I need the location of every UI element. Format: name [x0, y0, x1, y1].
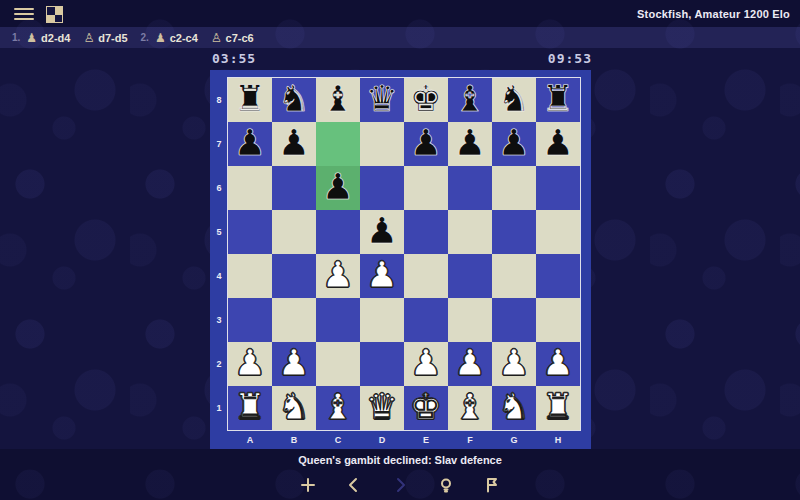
square-d3[interactable]: [360, 298, 404, 342]
square-h7[interactable]: ♟: [536, 122, 580, 166]
piece-black-bishop: ♝: [454, 77, 486, 121]
top-bar: Stockfish, Amateur 1200 Elo: [0, 0, 800, 27]
piece-white-knight: ♞: [498, 385, 530, 429]
piece-black-pawn: ♟: [498, 121, 530, 165]
piece-white-rook: ♜: [542, 385, 574, 429]
square-b6[interactable]: [272, 166, 316, 210]
square-f8[interactable]: ♝: [448, 78, 492, 122]
file-label-d: D: [360, 430, 404, 449]
rank-label-3: 3: [210, 298, 228, 342]
rank-labels: 87654321: [210, 78, 228, 430]
back-button[interactable]: [344, 475, 364, 495]
square-f5[interactable]: [448, 210, 492, 254]
square-h3[interactable]: [536, 298, 580, 342]
square-g8[interactable]: ♞: [492, 78, 536, 122]
rank-label-7: 7: [210, 122, 228, 166]
black-pawn-icon: ♙: [211, 32, 222, 44]
opening-caption-strip: Queen's gambit declined: Slav defence: [0, 449, 800, 470]
square-f2[interactable]: ♟: [448, 342, 492, 386]
piece-black-pawn: ♟: [278, 121, 310, 165]
square-e8[interactable]: ♚: [404, 78, 448, 122]
square-a3[interactable]: [228, 298, 272, 342]
piece-white-pawn: ♟: [542, 341, 574, 385]
file-label-a: A: [228, 430, 272, 449]
move-list: 1. ♟ d2-d4 ♙ d7-d5 2. ♟ c2-c4 ♙ c7-c6: [0, 27, 800, 48]
piece-black-queen: ♛: [366, 77, 398, 121]
piece-white-pawn: ♟: [366, 253, 398, 297]
square-h1[interactable]: ♜: [536, 386, 580, 430]
piece-black-pawn: ♟: [410, 121, 442, 165]
plus-icon: [300, 477, 316, 493]
rank-label-4: 4: [210, 254, 228, 298]
file-label-c: C: [316, 430, 360, 449]
square-f7[interactable]: ♟: [448, 122, 492, 166]
piece-black-pawn: ♟: [454, 121, 486, 165]
lightbulb-icon: [438, 477, 454, 493]
move-entry[interactable]: ♙ d7-d5: [83, 32, 127, 44]
square-d6[interactable]: [360, 166, 404, 210]
piece-white-pawn: ♟: [278, 341, 310, 385]
piece-white-king: ♚: [410, 385, 442, 429]
file-labels: ABCDEFGH: [228, 430, 580, 449]
piece-black-pawn: ♟: [322, 165, 354, 209]
square-e2[interactable]: ♟: [404, 342, 448, 386]
piece-white-bishop: ♝: [454, 385, 486, 429]
square-a4[interactable]: [228, 254, 272, 298]
piece-black-knight: ♞: [278, 77, 310, 121]
square-g5[interactable]: [492, 210, 536, 254]
rank-label-1: 1: [210, 386, 228, 430]
square-g3[interactable]: [492, 298, 536, 342]
file-label-h: H: [536, 430, 580, 449]
square-c4[interactable]: ♟: [316, 254, 360, 298]
square-h4[interactable]: [536, 254, 580, 298]
piece-white-pawn: ♟: [498, 341, 530, 385]
square-d8[interactable]: ♛: [360, 78, 404, 122]
piece-white-pawn: ♟: [454, 341, 486, 385]
square-a8[interactable]: ♜: [228, 78, 272, 122]
square-g2[interactable]: ♟: [492, 342, 536, 386]
square-c2[interactable]: [316, 342, 360, 386]
piece-white-queen: ♛: [366, 385, 398, 429]
square-a6[interactable]: [228, 166, 272, 210]
move-number: 2.: [141, 32, 149, 43]
square-e6[interactable]: [404, 166, 448, 210]
rank-label-2: 2: [210, 342, 228, 386]
resign-button[interactable]: [482, 475, 502, 495]
square-a1[interactable]: ♜: [228, 386, 272, 430]
rank-label-6: 6: [210, 166, 228, 210]
piece-white-pawn: ♟: [234, 341, 266, 385]
square-c3[interactable]: [316, 298, 360, 342]
square-d2[interactable]: [360, 342, 404, 386]
square-f4[interactable]: [448, 254, 492, 298]
square-h8[interactable]: ♜: [536, 78, 580, 122]
piece-black-rook: ♜: [234, 77, 266, 121]
square-f1[interactable]: ♝: [448, 386, 492, 430]
square-b7[interactable]: ♟: [272, 122, 316, 166]
piece-black-knight: ♞: [498, 77, 530, 121]
piece-black-pawn: ♟: [234, 121, 266, 165]
square-a5[interactable]: [228, 210, 272, 254]
square-d7[interactable]: [360, 122, 404, 166]
move-entry[interactable]: ♙ c7-c6: [211, 32, 254, 44]
forward-button[interactable]: [390, 475, 410, 495]
square-h5[interactable]: [536, 210, 580, 254]
chevron-right-icon: [392, 477, 408, 493]
square-g4[interactable]: [492, 254, 536, 298]
white-pawn-icon: ♟: [155, 32, 166, 44]
square-d5[interactable]: ♟: [360, 210, 404, 254]
chess-board: 87654321 ♜♞♝♛♚♝♞♜♟♟♟♟♟♟♟♟♟♟♟♟♟♟♟♟♜♞♝♛♚♝♞…: [210, 70, 591, 449]
piece-white-knight: ♞: [278, 385, 310, 429]
move-text: d2-d4: [41, 32, 70, 44]
square-e4[interactable]: [404, 254, 448, 298]
square-d4[interactable]: ♟: [360, 254, 404, 298]
square-g7[interactable]: ♟: [492, 122, 536, 166]
flag-icon: [484, 477, 500, 493]
hint-button[interactable]: [436, 475, 456, 495]
white-pawn-icon: ♟: [26, 32, 37, 44]
move-text: c2-c4: [170, 32, 198, 44]
square-e7[interactable]: ♟: [404, 122, 448, 166]
player-clock: 03:55: [212, 51, 256, 66]
square-g6[interactable]: [492, 166, 536, 210]
piece-white-rook: ♜: [234, 385, 266, 429]
move-text: c7-c6: [226, 32, 254, 44]
square-h2[interactable]: ♟: [536, 342, 580, 386]
square-c6[interactable]: ♟: [316, 166, 360, 210]
square-b8[interactable]: ♞: [272, 78, 316, 122]
square-c7[interactable]: [316, 122, 360, 166]
piece-black-bishop: ♝: [322, 77, 354, 121]
rank-label-5: 5: [210, 210, 228, 254]
square-c1[interactable]: ♝: [316, 386, 360, 430]
file-label-e: E: [404, 430, 448, 449]
square-f3[interactable]: [448, 298, 492, 342]
opening-name: Queen's gambit declined: Slav defence: [298, 454, 502, 466]
square-e1[interactable]: ♚: [404, 386, 448, 430]
square-g1[interactable]: ♞: [492, 386, 536, 430]
rank-label-8: 8: [210, 78, 228, 122]
bottom-toolbar: [0, 470, 800, 500]
square-h6[interactable]: [536, 166, 580, 210]
piece-black-pawn: ♟: [542, 121, 574, 165]
file-label-f: F: [448, 430, 492, 449]
piece-black-king: ♚: [410, 77, 442, 121]
move-entry[interactable]: 1. ♟ d2-d4: [12, 32, 70, 44]
square-b5[interactable]: [272, 210, 316, 254]
square-e5[interactable]: [404, 210, 448, 254]
piece-black-rook: ♜: [542, 77, 574, 121]
chevron-left-icon: [346, 477, 362, 493]
square-b1[interactable]: ♞: [272, 386, 316, 430]
file-label-g: G: [492, 430, 536, 449]
board-grid: ♜♞♝♛♚♝♞♜♟♟♟♟♟♟♟♟♟♟♟♟♟♟♟♟♜♞♝♛♚♝♞♜: [228, 78, 580, 430]
piece-white-pawn: ♟: [410, 341, 442, 385]
square-c5[interactable]: [316, 210, 360, 254]
opponent-clock: 09:53: [548, 51, 592, 66]
piece-black-pawn: ♟: [366, 209, 398, 253]
board-icon[interactable]: [46, 6, 63, 23]
menu-icon[interactable]: [14, 8, 34, 21]
new-game-button[interactable]: [298, 475, 318, 495]
opponent-title: Stockfish, Amateur 1200 Elo: [637, 8, 790, 20]
file-label-b: B: [272, 430, 316, 449]
square-c8[interactable]: ♝: [316, 78, 360, 122]
square-a7[interactable]: ♟: [228, 122, 272, 166]
square-b2[interactable]: ♟: [272, 342, 316, 386]
move-text: d7-d5: [98, 32, 127, 44]
move-number: 1.: [12, 32, 20, 43]
piece-white-pawn: ♟: [322, 253, 354, 297]
move-entry[interactable]: 2. ♟ c2-c4: [141, 32, 198, 44]
square-b3[interactable]: [272, 298, 316, 342]
piece-white-bishop: ♝: [322, 385, 354, 429]
square-a2[interactable]: ♟: [228, 342, 272, 386]
black-pawn-icon: ♙: [83, 32, 94, 44]
square-f6[interactable]: [448, 166, 492, 210]
square-b4[interactable]: [272, 254, 316, 298]
square-d1[interactable]: ♛: [360, 386, 404, 430]
square-e3[interactable]: [404, 298, 448, 342]
